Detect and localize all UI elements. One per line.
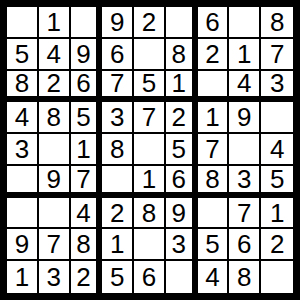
cell-r9c3: 2 [71,261,103,293]
cell-r1c3[interactable] [71,7,103,39]
cell-r9c4: 5 [102,261,134,293]
cell-r8c8: 6 [229,229,261,261]
cell-r6c8: 3 [229,166,261,198]
cell-r2c5[interactable] [134,39,166,71]
cell-r7c7[interactable] [198,198,230,230]
cell-r7c8: 7 [229,198,261,230]
cell-r2c7: 2 [198,39,230,71]
cell-r2c1: 5 [7,39,39,71]
cell-r6c6: 6 [166,166,198,198]
cell-r4c2: 8 [39,102,71,134]
cell-r5c3: 1 [71,134,103,166]
cell-r7c9: 1 [261,198,293,230]
cell-r1c2: 1 [39,7,71,39]
cell-r1c8[interactable] [229,7,261,39]
cell-r6c2: 9 [39,166,71,198]
cell-r1c7: 6 [198,7,230,39]
cell-r3c7[interactable] [198,71,230,103]
cell-r9c2: 3 [39,261,71,293]
cell-r9c1: 1 [7,261,39,293]
cell-r5c7: 7 [198,134,230,166]
cell-r9c6[interactable] [166,261,198,293]
cell-r2c4: 6 [102,39,134,71]
cell-r1c6[interactable] [166,7,198,39]
cell-r6c5: 1 [134,166,166,198]
cell-r6c3: 7 [71,166,103,198]
cell-r5c9: 4 [261,134,293,166]
cell-r3c4: 7 [102,71,134,103]
cell-r8c7: 5 [198,229,230,261]
cell-r3c5: 5 [134,71,166,103]
cell-r1c4: 9 [102,7,134,39]
cell-r9c5: 6 [134,261,166,293]
cell-r9c7: 4 [198,261,230,293]
cell-r5c1: 3 [7,134,39,166]
cell-r4c9[interactable] [261,102,293,134]
cell-r3c1: 8 [7,71,39,103]
cell-r9c8: 8 [229,261,261,293]
cell-r6c9: 5 [261,166,293,198]
cell-r2c9: 7 [261,39,293,71]
cell-r7c2[interactable] [39,198,71,230]
cell-r4c7: 1 [198,102,230,134]
cell-r6c7: 8 [198,166,230,198]
cell-r3c2: 2 [39,71,71,103]
cell-r7c5: 8 [134,198,166,230]
cell-r4c8: 9 [229,102,261,134]
cell-r4c4: 3 [102,102,134,134]
cell-r1c9: 8 [261,7,293,39]
cell-r8c9: 2 [261,229,293,261]
cell-r7c3: 4 [71,198,103,230]
cell-r5c2[interactable] [39,134,71,166]
cell-r2c2: 4 [39,39,71,71]
cell-r6c1[interactable] [7,166,39,198]
cell-r1c5: 2 [134,7,166,39]
cell-r3c3: 6 [71,71,103,103]
cell-r3c9: 3 [261,71,293,103]
cell-r8c6: 3 [166,229,198,261]
cell-r3c8: 4 [229,71,261,103]
cell-r8c5[interactable] [134,229,166,261]
cell-r5c5[interactable] [134,134,166,166]
cell-r8c4: 1 [102,229,134,261]
cell-r4c1: 4 [7,102,39,134]
sudoku-board: 1926854968217826751434853721931857497168… [0,0,300,300]
cell-r7c6: 9 [166,198,198,230]
cell-r8c3: 8 [71,229,103,261]
cell-r4c6: 2 [166,102,198,134]
cell-r6c4[interactable] [102,166,134,198]
cell-r5c8[interactable] [229,134,261,166]
cell-r5c6: 5 [166,134,198,166]
cell-r2c3: 9 [71,39,103,71]
cell-r4c5: 7 [134,102,166,134]
cell-r7c4: 2 [102,198,134,230]
cell-r2c6: 8 [166,39,198,71]
cell-r3c6: 1 [166,71,198,103]
cell-r7c1[interactable] [7,198,39,230]
cell-r9c9[interactable] [261,261,293,293]
cell-r4c3: 5 [71,102,103,134]
cell-r2c8: 1 [229,39,261,71]
cell-r8c1: 9 [7,229,39,261]
cell-r1c1[interactable] [7,7,39,39]
cell-r8c2: 7 [39,229,71,261]
cell-r5c4: 8 [102,134,134,166]
